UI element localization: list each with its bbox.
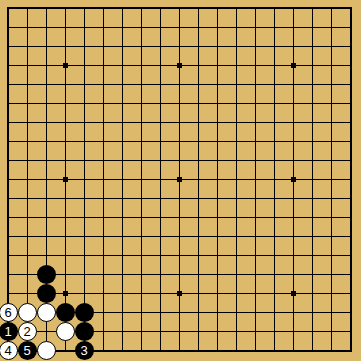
stone-black-e1-move-3: 3 — [75, 341, 94, 360]
stone-black-b1-move-5: 5 — [18, 341, 37, 360]
stone-white-b3 — [18, 303, 37, 322]
stone-black-e3 — [75, 303, 94, 322]
stone-black-c5 — [37, 265, 56, 284]
stone-white-c3 — [37, 303, 56, 322]
stone-black-d3 — [56, 303, 75, 322]
stone-white-c1 — [37, 341, 56, 360]
stone-white-d2 — [56, 322, 75, 341]
stones-grid: 612453 — [0, 0, 360, 360]
stone-black-e2 — [75, 322, 94, 341]
go-board[interactable]: 612453 — [0, 0, 361, 361]
stone-white-a1-move-4: 4 — [0, 341, 18, 360]
stone-black-a2-move-1: 1 — [0, 322, 18, 341]
stone-black-c4 — [37, 284, 56, 303]
stone-white-a3-move-6: 6 — [0, 303, 18, 322]
stone-white-b2-move-2: 2 — [18, 322, 37, 341]
